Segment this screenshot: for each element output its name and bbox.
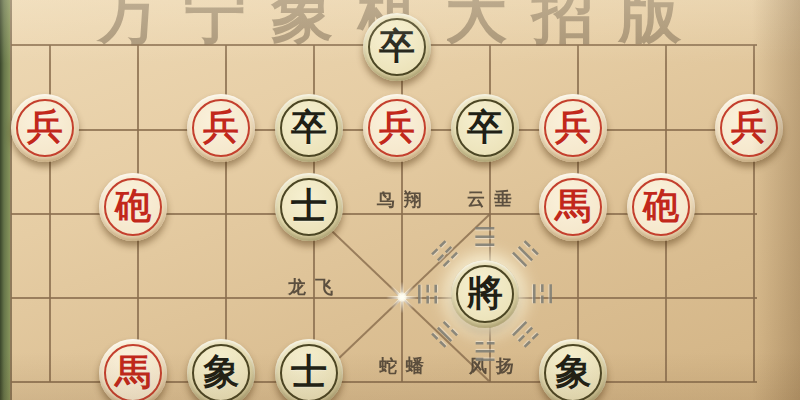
piece-black-elephant[interactable]: 象 [539,339,607,400]
formation-label: 龙飞 [288,275,342,299]
piece-black-soldier[interactable]: 卒 [451,94,519,162]
piece-ring: 馬 [544,178,602,236]
formation-label: 鸟翔 [377,188,431,212]
piece-ring: 卒 [456,99,514,157]
piece-glyph: 卒 [291,109,327,145]
piece-ring: 兵 [720,99,778,157]
formation-label: 风扬 [469,354,523,378]
piece-glyph: 士 [291,354,327,390]
xiangqi-game-screen: 万宁象棋大招版 鸟翔云垂龙飞蛇蟠风扬 卒兵兵卒兵卒兵兵砲士馬砲將馬象士象 ☰☱☲… [0,0,800,400]
piece-ring: 兵 [544,99,602,157]
piece-ring: 將 [456,265,514,323]
piece-glyph: 士 [291,188,327,224]
piece-ring: 卒 [280,99,338,157]
piece-glyph: 砲 [115,188,151,224]
piece-ring: 砲 [632,178,690,236]
piece-glyph: 兵 [203,109,239,145]
piece-red-horse[interactable]: 馬 [99,339,167,400]
sparkle-icon [385,280,419,314]
piece-ring: 士 [280,344,338,400]
piece-glyph: 卒 [467,109,503,145]
piece-ring: 馬 [104,344,162,400]
piece-glyph: 馬 [555,188,591,224]
piece-ring: 象 [544,344,602,400]
piece-ring: 卒 [368,18,426,76]
piece-black-advisor[interactable]: 士 [275,173,343,241]
piece-black-advisor[interactable]: 士 [275,339,343,400]
piece-ring: 兵 [16,99,74,157]
piece-black-elephant[interactable]: 象 [187,339,255,400]
piece-glyph: 兵 [27,109,63,145]
piece-ring: 兵 [368,99,426,157]
piece-black-general[interactable]: 將 [451,260,519,328]
piece-glyph: 將 [467,275,503,311]
piece-ring: 兵 [192,99,250,157]
piece-red-soldier[interactable]: 兵 [187,94,255,162]
piece-red-soldier[interactable]: 兵 [715,94,783,162]
piece-glyph: 馬 [115,354,151,390]
formation-label: 云垂 [467,187,521,211]
piece-glyph: 象 [203,354,239,390]
piece-ring: 士 [280,178,338,236]
piece-glyph: 砲 [643,188,679,224]
piece-glyph: 兵 [379,109,415,145]
piece-red-soldier[interactable]: 兵 [539,94,607,162]
piece-glyph: 卒 [379,28,415,64]
piece-glyph: 兵 [555,109,591,145]
piece-black-soldier[interactable]: 卒 [275,94,343,162]
piece-red-cannon[interactable]: 砲 [627,173,695,241]
piece-red-soldier[interactable]: 兵 [363,94,431,162]
piece-ring: 象 [192,344,250,400]
formation-label: 蛇蟠 [379,354,433,378]
piece-red-soldier[interactable]: 兵 [11,94,79,162]
piece-glyph: 兵 [731,109,767,145]
piece-red-cannon[interactable]: 砲 [99,173,167,241]
piece-ring: 砲 [104,178,162,236]
piece-black-soldier[interactable]: 卒 [363,13,431,81]
piece-red-horse[interactable]: 馬 [539,173,607,241]
piece-glyph: 象 [555,354,591,390]
